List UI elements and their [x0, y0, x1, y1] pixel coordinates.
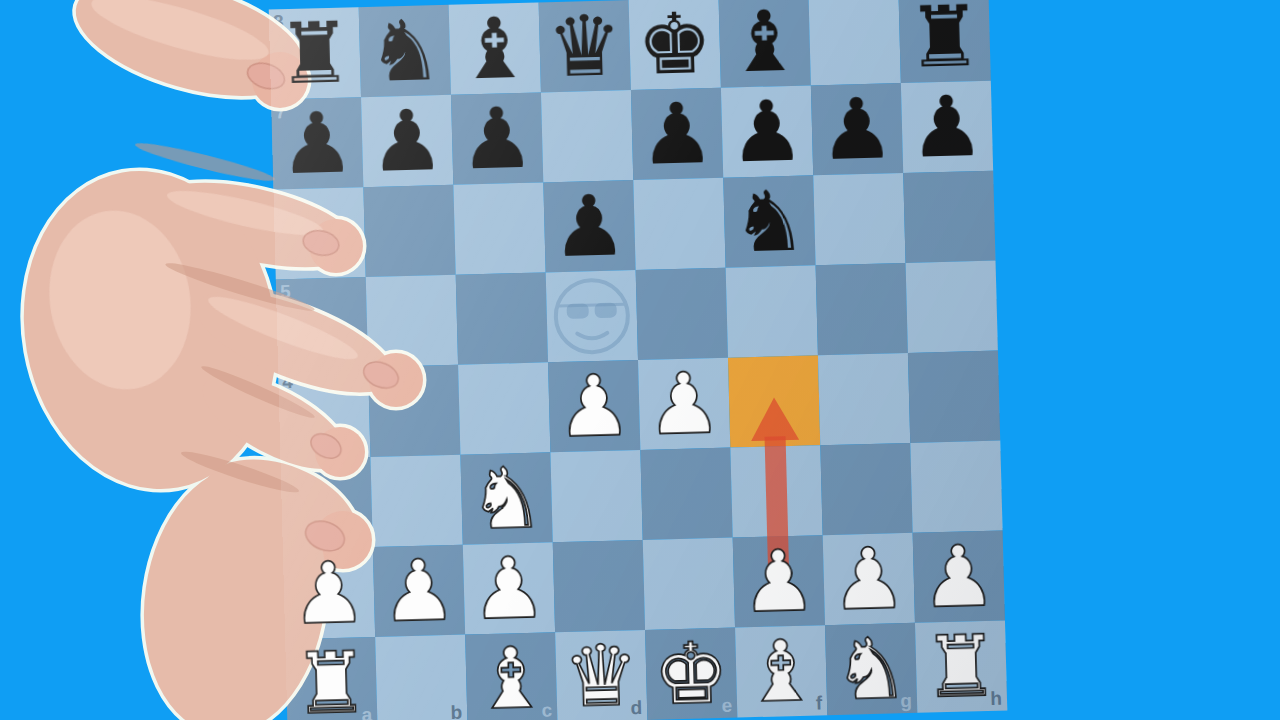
square-d5[interactable]: [546, 270, 638, 362]
piece-black-bishop[interactable]: ♝: [449, 2, 541, 94]
square-c6[interactable]: [453, 182, 545, 274]
square-e5[interactable]: [636, 268, 728, 360]
coord-rank-3: 3: [285, 462, 296, 481]
coord-rank-6: 6: [277, 192, 288, 211]
square-h3[interactable]: [910, 441, 1002, 533]
coord-rank-4: 4: [282, 372, 293, 391]
square-a3[interactable]: 3: [280, 457, 372, 549]
square-g3[interactable]: [820, 443, 912, 535]
piece-white-queen[interactable]: ♛: [555, 630, 647, 720]
piece-black-knight[interactable]: ♞: [359, 5, 451, 97]
square-f5[interactable]: [726, 265, 818, 357]
piece-white-pawn[interactable]: ♟: [373, 545, 465, 637]
piece-white-pawn[interactable]: ♟: [463, 542, 555, 634]
piece-black-pawn[interactable]: ♟: [901, 81, 993, 173]
square-e6[interactable]: [633, 178, 725, 270]
piece-black-rook[interactable]: ♜: [269, 7, 361, 99]
piece-white-pawn[interactable]: ♟: [638, 358, 730, 450]
square-d3[interactable]: [550, 450, 642, 542]
piece-black-rook[interactable]: ♜: [898, 0, 990, 83]
square-h5[interactable]: [906, 261, 998, 353]
piece-black-pawn[interactable]: ♟: [271, 97, 363, 189]
piece-white-pawn[interactable]: ♟: [733, 535, 825, 627]
square-a5[interactable]: 5: [276, 277, 368, 369]
piece-black-knight[interactable]: ♞: [723, 175, 815, 267]
piece-black-king[interactable]: ♚: [629, 0, 721, 90]
coord-rank-5: 5: [280, 282, 291, 301]
square-b4[interactable]: [368, 365, 460, 457]
square-b6[interactable]: [363, 185, 455, 277]
piece-white-pawn[interactable]: ♟: [823, 533, 915, 625]
square-a6[interactable]: 6: [273, 187, 365, 279]
square-h4[interactable]: [908, 351, 1000, 443]
piece-white-knight[interactable]: ♞: [825, 623, 917, 715]
square-b3[interactable]: [370, 455, 462, 547]
piece-white-pawn[interactable]: ♟: [283, 547, 375, 639]
piece-black-queen[interactable]: ♛: [539, 0, 631, 92]
coord-file-b: b: [450, 703, 462, 720]
square-g6[interactable]: [813, 173, 905, 265]
piece-black-pawn[interactable]: ♟: [543, 180, 635, 272]
piece-black-pawn[interactable]: ♟: [451, 92, 543, 184]
square-d2[interactable]: [553, 540, 645, 632]
piece-white-rook[interactable]: ♜: [285, 637, 377, 720]
piece-white-pawn[interactable]: ♟: [548, 360, 640, 452]
piece-white-rook[interactable]: ♜: [915, 620, 1007, 712]
piece-black-pawn[interactable]: ♟: [811, 83, 903, 175]
piece-white-bishop[interactable]: ♝: [465, 632, 557, 720]
square-g8[interactable]: [809, 0, 901, 85]
square-c5[interactable]: [456, 272, 548, 364]
piece-black-pawn[interactable]: ♟: [721, 85, 813, 177]
piece-white-king[interactable]: ♚: [645, 628, 737, 720]
background: 87654321abcdefgh: [0, 0, 1280, 720]
square-f3[interactable]: [730, 445, 822, 537]
square-b1[interactable]: b: [375, 635, 467, 720]
square-a4[interactable]: 4: [278, 367, 370, 459]
piece-black-pawn[interactable]: ♟: [361, 95, 453, 187]
square-f4[interactable]: [728, 355, 820, 447]
piece-white-bishop[interactable]: ♝: [735, 625, 827, 717]
square-e2[interactable]: [643, 538, 735, 630]
square-c4[interactable]: [458, 362, 550, 454]
square-b5[interactable]: [366, 275, 458, 367]
piece-black-pawn[interactable]: ♟: [631, 88, 723, 180]
square-d7[interactable]: [541, 90, 633, 182]
chessboard: 87654321abcdefgh: [269, 0, 1008, 720]
piece-white-pawn[interactable]: ♟: [913, 531, 1005, 623]
square-g5[interactable]: [816, 263, 908, 355]
piece-white-knight[interactable]: ♞: [460, 452, 552, 544]
square-e3[interactable]: [640, 448, 732, 540]
square-g4[interactable]: [818, 353, 910, 445]
square-h6[interactable]: [903, 171, 995, 263]
piece-black-bishop[interactable]: ♝: [719, 0, 811, 88]
